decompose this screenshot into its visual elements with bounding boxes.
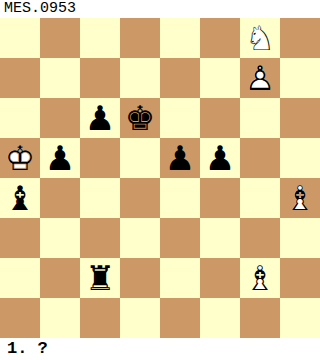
square-b4[interactable]	[40, 178, 80, 218]
square-f7[interactable]	[200, 58, 240, 98]
black-rook: ♜	[80, 258, 120, 298]
square-c1[interactable]	[80, 298, 120, 338]
square-e6[interactable]	[160, 98, 200, 138]
square-g6[interactable]	[240, 98, 280, 138]
square-h2[interactable]	[280, 258, 320, 298]
square-b7[interactable]	[40, 58, 80, 98]
move-prompt: 1. ?	[0, 338, 48, 360]
square-e3[interactable]	[160, 218, 200, 258]
square-d2[interactable]	[120, 258, 160, 298]
square-f5[interactable]: ♟	[200, 138, 240, 178]
white-pawn-icon: ♙	[240, 58, 280, 98]
square-a3[interactable]	[0, 218, 40, 258]
square-g8[interactable]: ♞♘	[240, 18, 280, 58]
square-c6[interactable]: ♟	[80, 98, 120, 138]
square-d4[interactable]	[120, 178, 160, 218]
square-c5[interactable]	[80, 138, 120, 178]
square-e8[interactable]	[160, 18, 200, 58]
square-b3[interactable]	[40, 218, 80, 258]
square-e1[interactable]	[160, 298, 200, 338]
square-f3[interactable]	[200, 218, 240, 258]
square-d6[interactable]: ♚	[120, 98, 160, 138]
white-knight-icon: ♘	[240, 18, 280, 58]
white-bishop: ♝♗	[240, 258, 280, 298]
square-h7[interactable]	[280, 58, 320, 98]
white-pawn: ♟♙	[240, 58, 280, 98]
square-h6[interactable]	[280, 98, 320, 138]
white-king-icon: ♔	[0, 138, 40, 178]
square-d1[interactable]	[120, 298, 160, 338]
black-bishop: ♝	[0, 178, 40, 218]
square-g5[interactable]	[240, 138, 280, 178]
square-e4[interactable]	[160, 178, 200, 218]
square-c7[interactable]	[80, 58, 120, 98]
black-pawn-icon: ♟	[40, 138, 80, 178]
square-g1[interactable]	[240, 298, 280, 338]
square-g3[interactable]	[240, 218, 280, 258]
square-h5[interactable]	[280, 138, 320, 178]
square-b6[interactable]	[40, 98, 80, 138]
square-e2[interactable]	[160, 258, 200, 298]
square-f6[interactable]	[200, 98, 240, 138]
black-pawn-icon: ♟	[200, 138, 240, 178]
white-king: ♚♔	[0, 138, 40, 178]
square-a2[interactable]	[0, 258, 40, 298]
square-h3[interactable]	[280, 218, 320, 258]
black-bishop-icon: ♝	[0, 178, 40, 218]
square-b2[interactable]	[40, 258, 80, 298]
white-bishop-icon: ♗	[240, 258, 280, 298]
square-d5[interactable]	[120, 138, 160, 178]
black-pawn: ♟	[40, 138, 80, 178]
black-king: ♚	[120, 98, 160, 138]
square-f8[interactable]	[200, 18, 240, 58]
square-c2[interactable]: ♜	[80, 258, 120, 298]
chess-board: ♞♘♟♙♟♚♚♔♟♟♟♝♝♗♜♝♗	[0, 18, 320, 338]
black-king-icon: ♚	[120, 98, 160, 138]
square-g2[interactable]: ♝♗	[240, 258, 280, 298]
white-knight: ♞♘	[240, 18, 280, 58]
square-b1[interactable]	[40, 298, 80, 338]
status-bar: 1. ?	[0, 338, 320, 360]
square-a8[interactable]	[0, 18, 40, 58]
black-rook-icon: ♜	[80, 258, 120, 298]
square-d3[interactable]	[120, 218, 160, 258]
square-d7[interactable]	[120, 58, 160, 98]
square-a7[interactable]	[0, 58, 40, 98]
square-g7[interactable]: ♟♙	[240, 58, 280, 98]
square-a4[interactable]: ♝	[0, 178, 40, 218]
black-pawn-icon: ♟	[80, 98, 120, 138]
white-bishop: ♝♗	[280, 178, 320, 218]
square-c3[interactable]	[80, 218, 120, 258]
square-a5[interactable]: ♚♔	[0, 138, 40, 178]
black-pawn-icon: ♟	[160, 138, 200, 178]
square-a1[interactable]	[0, 298, 40, 338]
square-h1[interactable]	[280, 298, 320, 338]
square-h8[interactable]	[280, 18, 320, 58]
title-bar: MES.0953	[0, 0, 320, 18]
square-a6[interactable]	[0, 98, 40, 138]
square-e7[interactable]	[160, 58, 200, 98]
square-e5[interactable]: ♟	[160, 138, 200, 178]
puzzle-id: MES.0953	[0, 0, 76, 18]
square-b5[interactable]: ♟	[40, 138, 80, 178]
black-pawn: ♟	[160, 138, 200, 178]
square-b8[interactable]	[40, 18, 80, 58]
square-g4[interactable]	[240, 178, 280, 218]
square-f1[interactable]	[200, 298, 240, 338]
square-c8[interactable]	[80, 18, 120, 58]
square-d8[interactable]	[120, 18, 160, 58]
white-bishop-icon: ♗	[280, 178, 320, 218]
black-pawn: ♟	[200, 138, 240, 178]
square-f4[interactable]	[200, 178, 240, 218]
square-h4[interactable]: ♝♗	[280, 178, 320, 218]
black-pawn: ♟	[80, 98, 120, 138]
square-c4[interactable]	[80, 178, 120, 218]
square-f2[interactable]	[200, 258, 240, 298]
